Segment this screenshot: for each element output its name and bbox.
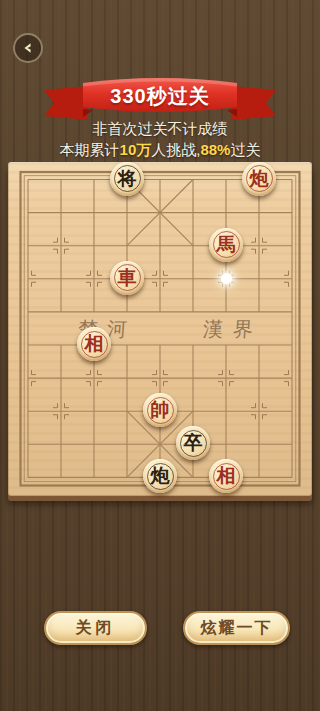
puzzle-result-screen: 330秒过关 非首次过关不计成绩 本期累计10万人挑战,88%过关 楚河 漢界 …	[0, 0, 320, 711]
notice-line1: 非首次过关不计成绩	[0, 120, 320, 139]
stats-pass-rate: 88%	[200, 141, 230, 158]
stats-prefix: 本期累计	[60, 141, 120, 158]
piece-red-chariot[interactable]: 車	[110, 261, 144, 295]
move-highlight-marker	[221, 273, 232, 284]
piece-red-elephant[interactable]: 相	[77, 327, 111, 361]
stats-line: 本期累计10万人挑战,88%过关	[0, 141, 320, 160]
back-button[interactable]	[13, 33, 43, 63]
piece-red-horse[interactable]: 馬	[209, 228, 243, 262]
piece-red-cannon[interactable]: 炮	[242, 162, 276, 196]
stats-challengers: 10万	[120, 141, 152, 158]
banner-title: 330秒过关	[40, 82, 280, 110]
brag-button[interactable]: 炫耀一下	[183, 611, 290, 645]
close-button[interactable]: 关闭	[44, 611, 147, 645]
stats-middle: 人挑战,	[151, 141, 200, 158]
piece-red-general[interactable]: 帥	[143, 393, 177, 427]
river-label-right: 漢界	[202, 316, 264, 343]
board-grid	[8, 162, 312, 496]
xiangqi-board[interactable]: 楚河 漢界 将炮馬車相帥卒炮相	[8, 162, 312, 496]
back-arrow-icon	[19, 39, 37, 57]
piece-black-general[interactable]: 将	[110, 162, 144, 196]
stats-suffix: 过关	[230, 141, 260, 158]
